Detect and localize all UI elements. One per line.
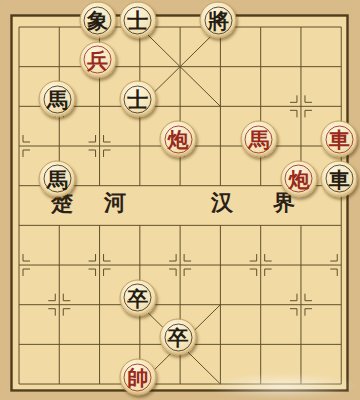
piece-glyph: 炮 xyxy=(168,129,189,150)
piece-glyph: 馬 xyxy=(47,89,68,110)
piece-glyph: 士 xyxy=(127,10,148,31)
piece-glyph: 將 xyxy=(208,10,229,31)
xiangqi-game-screen: 楚 河 汉 界 象士將兵馬士炮馬車馬炮車卒卒帥 xyxy=(0,0,360,400)
piece-black-general[interactable]: 將 xyxy=(200,2,237,39)
piece-red-cannon-2[interactable]: 炮 xyxy=(280,160,317,197)
piece-glyph: 兵 xyxy=(87,49,108,70)
piece-black-chariot[interactable]: 車 xyxy=(321,160,358,197)
piece-black-horse[interactable]: 馬 xyxy=(39,81,76,118)
piece-black-advisor-2[interactable]: 士 xyxy=(119,81,156,118)
piece-glyph: 馬 xyxy=(47,168,68,189)
piece-glyph: 車 xyxy=(329,129,350,150)
piece-red-cannon[interactable]: 炮 xyxy=(160,121,197,158)
piece-glyph: 象 xyxy=(87,10,108,31)
piece-glyph: 卒 xyxy=(127,287,148,308)
piece-black-soldier-2[interactable]: 卒 xyxy=(160,319,197,356)
piece-red-horse[interactable]: 馬 xyxy=(240,121,277,158)
piece-black-advisor[interactable]: 士 xyxy=(119,2,156,39)
piece-black-elephant[interactable]: 象 xyxy=(79,2,116,39)
piece-red-chariot[interactable]: 車 xyxy=(321,121,358,158)
river-label-he: 河 xyxy=(104,188,126,218)
piece-red-soldier[interactable]: 兵 xyxy=(79,41,116,78)
river-label-han: 汉 xyxy=(211,188,233,218)
piece-glyph: 卒 xyxy=(168,327,189,348)
piece-black-horse-2[interactable]: 馬 xyxy=(39,160,76,197)
piece-glyph: 車 xyxy=(329,168,350,189)
piece-glyph: 馬 xyxy=(248,129,269,150)
piece-glyph: 帥 xyxy=(127,367,148,388)
piece-glyph: 士 xyxy=(127,89,148,110)
piece-red-general[interactable]: 帥 xyxy=(119,359,156,396)
piece-black-soldier[interactable]: 卒 xyxy=(119,279,156,316)
piece-glyph: 炮 xyxy=(288,168,309,189)
